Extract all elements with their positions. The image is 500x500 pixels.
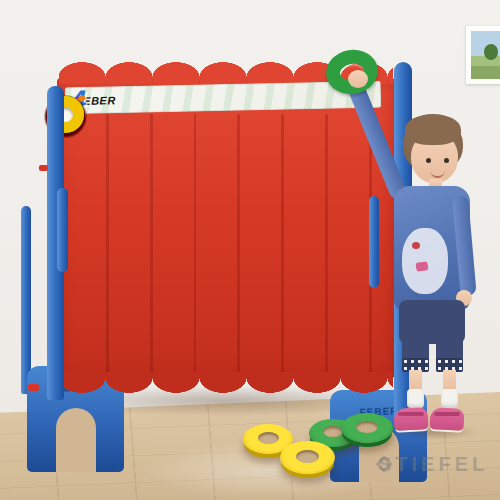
board-bottom-scallops: [59, 371, 393, 393]
child-smile: [430, 170, 445, 178]
left-outer-post: [21, 206, 31, 394]
shirt-print-detail: [415, 261, 428, 272]
watermark-text: STIEFEL: [378, 453, 488, 476]
child-right-hand: [348, 70, 368, 88]
child-hair-fringe: [405, 114, 461, 145]
right-upright-rail: [394, 62, 412, 420]
pant-leg: [436, 336, 463, 364]
child-left-hand: [456, 290, 472, 306]
child-hair: [403, 116, 463, 173]
child-eye: [426, 158, 431, 163]
child-eye: [444, 158, 449, 163]
shirt-print-detail: [412, 242, 420, 249]
board-ridges: [65, 114, 372, 372]
tree-in-art: [484, 44, 498, 60]
red-clip: [39, 165, 48, 171]
left-foot-arch: [56, 408, 96, 472]
right-ring-post: [369, 196, 379, 288]
child-neck: [429, 179, 442, 190]
polka-dot-cuff: [436, 358, 463, 372]
child-face: [411, 132, 458, 183]
scene-photo: FEBER FEBER FEBER MEGA 4 IN LINE: [0, 0, 500, 500]
embossed-logo-right: FEBER: [359, 405, 398, 417]
connect-four-board: FEBER MEGA 4 IN LINE: [57, 78, 395, 378]
red-clip: [28, 384, 39, 391]
child-leg: [443, 370, 456, 394]
wall-picture-frame: [466, 26, 500, 84]
child-left-arm: [452, 195, 477, 296]
left-ring-post: [57, 188, 68, 272]
